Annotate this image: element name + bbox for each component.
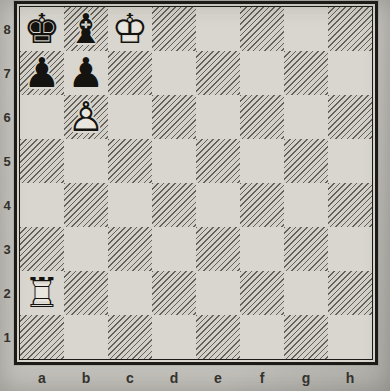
square-g7 — [284, 51, 328, 95]
square-h3 — [328, 227, 372, 271]
square-f5 — [240, 139, 284, 183]
file-label-h: h — [328, 367, 372, 389]
file-label-f: f — [240, 367, 284, 389]
square-d6 — [152, 95, 196, 139]
square-c8: ♚♔ — [108, 7, 152, 51]
square-b8: ♝ — [64, 7, 108, 51]
square-f6 — [240, 95, 284, 139]
square-d8 — [152, 7, 196, 51]
square-b4 — [64, 183, 108, 227]
rank-label-5: 5 — [0, 139, 14, 183]
board-grid: ♚♝♚♔♟♟♟♙♜♖ — [20, 7, 372, 359]
square-g1 — [284, 315, 328, 359]
square-c2 — [108, 271, 152, 315]
square-c6 — [108, 95, 152, 139]
square-a7: ♟ — [20, 51, 64, 95]
square-c3 — [108, 227, 152, 271]
square-c1 — [108, 315, 152, 359]
file-label-d: d — [152, 367, 196, 389]
square-a4 — [20, 183, 64, 227]
square-f3 — [240, 227, 284, 271]
rank-label-3: 3 — [0, 227, 14, 271]
square-d3 — [152, 227, 196, 271]
square-g4 — [284, 183, 328, 227]
square-a1 — [20, 315, 64, 359]
square-c5 — [108, 139, 152, 183]
square-d7 — [152, 51, 196, 95]
square-c4 — [108, 183, 152, 227]
file-label-c: c — [108, 367, 152, 389]
page: 87654321 ♚♝♚♔♟♟♟♙♜♖ abcdefgh — [0, 0, 390, 391]
file-labels: abcdefgh — [20, 367, 372, 389]
square-f1 — [240, 315, 284, 359]
square-e3 — [196, 227, 240, 271]
square-h6 — [328, 95, 372, 139]
square-g3 — [284, 227, 328, 271]
square-g2 — [284, 271, 328, 315]
rank-label-6: 6 — [0, 95, 14, 139]
square-e8 — [196, 7, 240, 51]
square-a8: ♚ — [20, 7, 64, 51]
square-b1 — [64, 315, 108, 359]
square-h5 — [328, 139, 372, 183]
rank-label-7: 7 — [0, 51, 14, 95]
square-f7 — [240, 51, 284, 95]
chess-board-inner-border: ♚♝♚♔♟♟♟♙♜♖ — [19, 6, 373, 360]
rank-label-1: 1 — [0, 315, 14, 359]
rank-label-2: 2 — [0, 271, 14, 315]
square-b5 — [64, 139, 108, 183]
file-label-e: e — [196, 367, 240, 389]
square-d2 — [152, 271, 196, 315]
file-label-a: a — [20, 367, 64, 389]
square-c7 — [108, 51, 152, 95]
black-pawn-a7: ♟ — [20, 51, 64, 95]
square-b3 — [64, 227, 108, 271]
rank-labels: 87654321 — [0, 7, 14, 359]
square-b7: ♟ — [64, 51, 108, 95]
square-f4 — [240, 183, 284, 227]
square-h1 — [328, 315, 372, 359]
square-d5 — [152, 139, 196, 183]
square-a3 — [20, 227, 64, 271]
square-a6 — [20, 95, 64, 139]
rank-label-8: 8 — [0, 7, 14, 51]
square-e6 — [196, 95, 240, 139]
square-g8 — [284, 7, 328, 51]
square-a5 — [20, 139, 64, 183]
white-rook: ♖ — [20, 271, 64, 315]
square-g5 — [284, 139, 328, 183]
square-f2 — [240, 271, 284, 315]
square-a2: ♜♖ — [20, 271, 64, 315]
square-e2 — [196, 271, 240, 315]
black-bishop: ♝ — [64, 7, 108, 51]
black-pawn-b7: ♟ — [64, 51, 108, 95]
square-e1 — [196, 315, 240, 359]
square-e4 — [196, 183, 240, 227]
square-f8 — [240, 7, 284, 51]
square-b6: ♟♙ — [64, 95, 108, 139]
square-g6 — [284, 95, 328, 139]
square-d4 — [152, 183, 196, 227]
square-d1 — [152, 315, 196, 359]
square-h8 — [328, 7, 372, 51]
square-h7 — [328, 51, 372, 95]
black-king: ♚ — [20, 7, 64, 51]
square-e5 — [196, 139, 240, 183]
file-label-b: b — [64, 367, 108, 389]
square-h2 — [328, 271, 372, 315]
square-b2 — [64, 271, 108, 315]
chess-board-frame: ♚♝♚♔♟♟♟♙♜♖ — [14, 1, 378, 365]
white-pawn: ♙ — [64, 95, 108, 139]
file-label-g: g — [284, 367, 328, 389]
square-h4 — [328, 183, 372, 227]
white-king: ♔ — [108, 7, 152, 51]
rank-label-4: 4 — [0, 183, 14, 227]
square-e7 — [196, 51, 240, 95]
